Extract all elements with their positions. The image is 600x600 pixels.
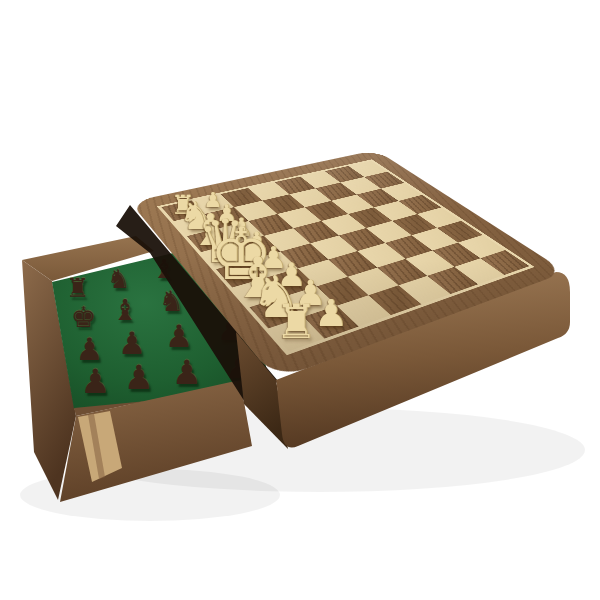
chess-set-photo: ♜♞♝♛♚♝♞♜♟♟♟♟♟♟♟♟ ♜♞♝♛♚♝♞♜♟♟♟♟♟♟♟♟ — [0, 0, 600, 600]
